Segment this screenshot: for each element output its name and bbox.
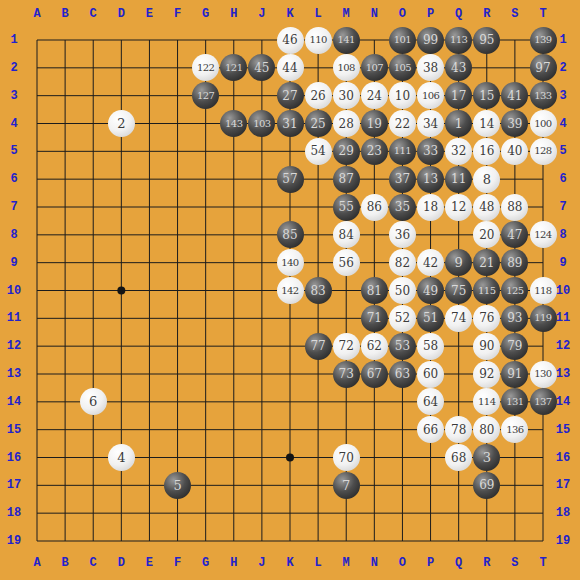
row-label-right-14: 14 — [556, 396, 570, 408]
row-label-left-10: 10 — [7, 285, 21, 297]
stone-O3[interactable]: 10 — [389, 82, 416, 109]
stone-C14[interactable]: 6 — [80, 388, 107, 415]
stone-M17[interactable]: 7 — [333, 472, 360, 499]
col-label-top-T: T — [539, 8, 546, 20]
col-label-bottom-D: D — [118, 557, 125, 569]
col-label-bottom-G: G — [202, 557, 209, 569]
stone-S5[interactable]: 40 — [501, 138, 528, 165]
stone-M8[interactable]: 84 — [333, 221, 360, 248]
stone-R6[interactable]: 8 — [473, 166, 500, 193]
stone-R11[interactable]: 76 — [473, 305, 500, 332]
row-label-left-18: 18 — [7, 507, 21, 519]
stone-T10[interactable]: 118 — [530, 277, 557, 304]
stone-T1[interactable]: 139 — [530, 27, 557, 54]
row-label-right-8: 8 — [559, 229, 566, 241]
stone-P7[interactable]: 18 — [417, 194, 444, 221]
col-label-bottom-L: L — [315, 557, 322, 569]
stone-Q10[interactable]: 75 — [445, 277, 472, 304]
stone-P10[interactable]: 49 — [417, 277, 444, 304]
stone-O13[interactable]: 63 — [389, 361, 416, 388]
stone-M4[interactable]: 28 — [333, 110, 360, 137]
stone-K9[interactable]: 140 — [277, 249, 304, 276]
row-label-right-9: 9 — [559, 257, 566, 269]
stone-P5[interactable]: 33 — [417, 138, 444, 165]
row-label-right-5: 5 — [559, 145, 566, 157]
stone-N13[interactable]: 67 — [361, 361, 388, 388]
stone-K4[interactable]: 31 — [277, 110, 304, 137]
col-label-top-P: P — [427, 8, 434, 20]
stone-T3[interactable]: 133 — [530, 82, 557, 109]
col-label-bottom-T: T — [539, 557, 546, 569]
row-label-left-13: 13 — [7, 368, 21, 380]
stone-L5[interactable]: 54 — [305, 138, 332, 165]
row-label-left-6: 6 — [10, 173, 17, 185]
stone-K8[interactable]: 85 — [277, 221, 304, 248]
stone-N10[interactable]: 81 — [361, 277, 388, 304]
col-label-top-J: J — [258, 8, 265, 20]
row-label-left-11: 11 — [7, 312, 21, 324]
row-label-right-1: 1 — [559, 34, 566, 46]
stone-M5[interactable]: 29 — [333, 138, 360, 165]
stone-N7[interactable]: 86 — [361, 194, 388, 221]
col-label-bottom-H: H — [230, 557, 237, 569]
stone-Q5[interactable]: 32 — [445, 138, 472, 165]
stone-L3[interactable]: 26 — [305, 82, 332, 109]
col-label-bottom-Q: Q — [455, 557, 462, 569]
row-label-right-16: 16 — [556, 452, 570, 464]
stone-Q11[interactable]: 74 — [445, 305, 472, 332]
stone-N3[interactable]: 24 — [361, 82, 388, 109]
row-label-left-7: 7 — [10, 201, 17, 213]
stone-P4[interactable]: 34 — [417, 110, 444, 137]
stone-O6[interactable]: 37 — [389, 166, 416, 193]
row-label-right-17: 17 — [556, 479, 570, 491]
col-label-top-F: F — [174, 8, 181, 20]
row-label-left-15: 15 — [7, 424, 21, 436]
col-label-bottom-N: N — [371, 557, 378, 569]
stone-O5[interactable]: 111 — [389, 138, 416, 165]
col-label-top-G: G — [202, 8, 209, 20]
col-label-bottom-E: E — [146, 557, 153, 569]
stone-K6[interactable]: 57 — [277, 166, 304, 193]
stone-N12[interactable]: 62 — [361, 333, 388, 360]
stone-N11[interactable]: 71 — [361, 305, 388, 332]
stone-K1[interactable]: 46 — [277, 27, 304, 54]
col-label-top-N: N — [371, 8, 378, 20]
row-label-left-3: 3 — [10, 90, 17, 102]
col-label-top-A: A — [33, 8, 40, 20]
row-label-left-8: 8 — [10, 229, 17, 241]
col-label-bottom-O: O — [399, 557, 406, 569]
row-label-right-3: 3 — [559, 90, 566, 102]
stone-S12[interactable]: 79 — [501, 333, 528, 360]
stone-Q6[interactable]: 11 — [445, 166, 472, 193]
stone-T11[interactable]: 119 — [530, 305, 557, 332]
stone-Q16[interactable]: 68 — [445, 444, 472, 471]
col-label-top-S: S — [511, 8, 518, 20]
row-label-left-2: 2 — [10, 62, 17, 74]
row-label-left-1: 1 — [10, 34, 17, 46]
stone-M9[interactable]: 56 — [333, 249, 360, 276]
stone-O11[interactable]: 52 — [389, 305, 416, 332]
stone-P3[interactable]: 106 — [417, 82, 444, 109]
stone-N4[interactable]: 19 — [361, 110, 388, 137]
stone-K3[interactable]: 27 — [277, 82, 304, 109]
stone-M13[interactable]: 73 — [333, 361, 360, 388]
stone-P13[interactable]: 60 — [417, 361, 444, 388]
col-label-bottom-C: C — [90, 557, 97, 569]
stone-T2[interactable]: 97 — [530, 54, 557, 81]
stone-F17[interactable]: 5 — [164, 472, 191, 499]
col-label-top-M: M — [343, 8, 350, 20]
row-label-left-14: 14 — [7, 396, 21, 408]
stone-S11[interactable]: 93 — [501, 305, 528, 332]
stone-R17[interactable]: 69 — [473, 472, 500, 499]
col-label-top-R: R — [483, 8, 490, 20]
stone-M1[interactable]: 141 — [333, 27, 360, 54]
stone-L1[interactable]: 110 — [305, 27, 332, 54]
col-label-bottom-K: K — [286, 557, 293, 569]
stone-T5[interactable]: 128 — [530, 138, 557, 165]
stone-L10[interactable]: 83 — [305, 277, 332, 304]
stone-O9[interactable]: 82 — [389, 249, 416, 276]
stone-M3[interactable]: 30 — [333, 82, 360, 109]
col-label-bottom-S: S — [511, 557, 518, 569]
row-label-left-17: 17 — [7, 479, 21, 491]
col-label-bottom-R: R — [483, 557, 490, 569]
stone-P15[interactable]: 66 — [417, 416, 444, 443]
stone-M12[interactable]: 72 — [333, 333, 360, 360]
row-label-right-13: 13 — [556, 368, 570, 380]
stone-N2[interactable]: 107 — [361, 54, 388, 81]
row-label-right-15: 15 — [556, 424, 570, 436]
stone-M2[interactable]: 108 — [333, 54, 360, 81]
row-label-left-12: 12 — [7, 340, 21, 352]
row-label-left-4: 4 — [10, 118, 17, 130]
row-label-right-2: 2 — [559, 62, 566, 74]
stone-O12[interactable]: 53 — [389, 333, 416, 360]
stone-R1[interactable]: 95 — [473, 27, 500, 54]
col-label-bottom-P: P — [427, 557, 434, 569]
col-label-top-B: B — [62, 8, 69, 20]
stone-K10[interactable]: 142 — [277, 277, 304, 304]
col-label-top-C: C — [90, 8, 97, 20]
stone-M6[interactable]: 87 — [333, 166, 360, 193]
col-label-bottom-M: M — [343, 557, 350, 569]
row-label-right-10: 10 — [556, 285, 570, 297]
row-label-right-4: 4 — [559, 118, 566, 130]
row-label-right-19: 19 — [556, 535, 570, 547]
stone-D16[interactable]: 4 — [108, 444, 135, 471]
col-label-top-H: H — [230, 8, 237, 20]
stone-L12[interactable]: 77 — [305, 333, 332, 360]
stone-R12[interactable]: 90 — [473, 333, 500, 360]
stone-Q1[interactable]: 113 — [445, 27, 472, 54]
stone-O1[interactable]: 101 — [389, 27, 416, 54]
col-label-top-E: E — [146, 8, 153, 20]
stone-R7[interactable]: 48 — [473, 194, 500, 221]
col-label-top-Q: Q — [455, 8, 462, 20]
stone-N5[interactable]: 23 — [361, 138, 388, 165]
col-label-top-D: D — [118, 8, 125, 20]
stone-T8[interactable]: 124 — [530, 221, 557, 248]
stone-P12[interactable]: 58 — [417, 333, 444, 360]
row-label-right-11: 11 — [556, 312, 570, 324]
stone-T13[interactable]: 130 — [530, 361, 557, 388]
stone-R5[interactable]: 16 — [473, 138, 500, 165]
stone-P1[interactable]: 99 — [417, 27, 444, 54]
stone-S7[interactable]: 88 — [501, 194, 528, 221]
stone-P11[interactable]: 51 — [417, 305, 444, 332]
row-label-left-9: 9 — [10, 257, 17, 269]
col-label-top-O: O — [399, 8, 406, 20]
stone-S13[interactable]: 91 — [501, 361, 528, 388]
stone-L4[interactable]: 25 — [305, 110, 332, 137]
col-label-top-K: K — [286, 8, 293, 20]
stone-O7[interactable]: 35 — [389, 194, 416, 221]
stone-D4[interactable]: 2 — [108, 110, 135, 137]
row-label-right-18: 18 — [556, 507, 570, 519]
stone-O4[interactable]: 22 — [389, 110, 416, 137]
col-label-bottom-B: B — [62, 557, 69, 569]
stone-P9[interactable]: 42 — [417, 249, 444, 276]
stone-K2[interactable]: 44 — [277, 54, 304, 81]
row-label-right-7: 7 — [559, 201, 566, 213]
row-label-left-19: 19 — [7, 535, 21, 547]
stone-Q7[interactable]: 12 — [445, 194, 472, 221]
col-label-bottom-A: A — [33, 557, 40, 569]
col-label-bottom-F: F — [174, 557, 181, 569]
stone-T14[interactable]: 137 — [530, 388, 557, 415]
stone-M7[interactable]: 55 — [333, 194, 360, 221]
stone-P6[interactable]: 13 — [417, 166, 444, 193]
stone-R13[interactable]: 92 — [473, 361, 500, 388]
stone-M16[interactable]: 70 — [333, 444, 360, 471]
col-label-top-L: L — [315, 8, 322, 20]
stone-Q4[interactable]: 1 — [445, 110, 472, 137]
col-label-bottom-J: J — [258, 557, 265, 569]
row-label-right-6: 6 — [559, 173, 566, 185]
stone-T4[interactable]: 100 — [530, 110, 557, 137]
row-label-left-5: 5 — [10, 145, 17, 157]
row-label-right-12: 12 — [556, 340, 570, 352]
stone-O10[interactable]: 50 — [389, 277, 416, 304]
go-board[interactable]: AABBCCDDEEFFGGHHJJKKLLMMNNOOPPQQRRSSTT11… — [0, 0, 580, 580]
row-label-left-16: 16 — [7, 452, 21, 464]
